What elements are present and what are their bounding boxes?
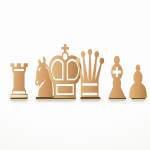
pawn-piece: ♟ xyxy=(117,59,150,100)
pawn-glyph: ♟ xyxy=(125,59,150,105)
chess-pieces-photo: ♜ ♞ ♚ ♛ ♝ ♟ xyxy=(0,0,150,150)
